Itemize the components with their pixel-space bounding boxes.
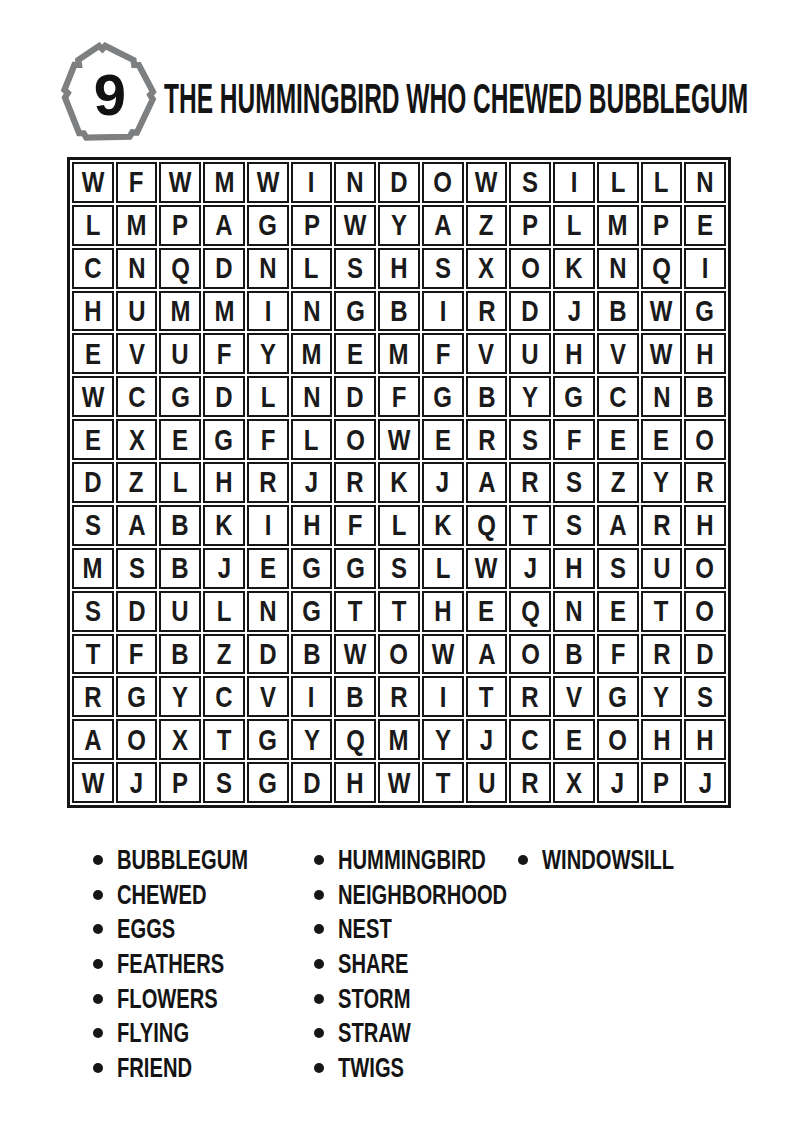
grid-cell-r9c8[interactable]: L [378,505,420,546]
grid-cell-r3c1[interactable]: C [72,248,114,289]
bullet-icon [93,994,103,1004]
grid-letter: M [608,210,628,240]
grid-cell-r2c2[interactable]: M [116,205,158,246]
grid-cell-r15c14[interactable]: P [641,762,683,803]
word-label: NEST [338,915,392,943]
grid-letter: Q [652,253,671,283]
grid-cell-r11c10[interactable]: E [466,591,508,632]
grid-cell-r13c13[interactable]: G [597,676,639,717]
grid-letter: P [304,210,320,240]
grid-letter: R [347,467,364,497]
grid-cell-r8c13[interactable]: Z [597,462,639,503]
grid-cell-r12c2[interactable]: F [116,634,158,675]
grid-cell-r12c12[interactable]: B [553,634,595,675]
grid-letter: I [571,167,578,197]
grid-cell-r1c5[interactable]: W [247,162,289,203]
grid-cell-r15c9[interactable]: T [422,762,464,803]
grid-letter: M [389,725,409,755]
grid-letter: E [610,425,626,455]
grid-cell-r14c1[interactable]: A [72,719,114,760]
grid-cell-r9c7[interactable]: F [334,505,376,546]
grid-cell-r4c1[interactable]: H [72,291,114,332]
grid-cell-r14c12[interactable]: E [553,719,595,760]
grid-cell-r14c6[interactable]: Y [291,719,333,760]
grid-cell-r6c11[interactable]: Y [509,376,551,417]
grid-letter: M [214,296,234,326]
grid-cell-r9c10[interactable]: Q [466,505,508,546]
grid-cell-r3c6[interactable]: L [291,248,333,289]
grid-letter: T [523,510,538,540]
grid-cell-r3c13[interactable]: N [597,248,639,289]
grid-cell-r2c8[interactable]: Y [378,205,420,246]
bullet-icon [93,855,103,865]
grid-cell-r4c15[interactable]: G [684,291,726,332]
grid-cell-r3c14[interactable]: Q [641,248,683,289]
grid-cell-r5c9[interactable]: F [422,333,464,374]
grid-letter: E [85,425,101,455]
grid-cell-r8c14[interactable]: Y [641,462,683,503]
grid-cell-r2c5[interactable]: G [247,205,289,246]
grid-cell-r7c2[interactable]: X [116,419,158,460]
grid-cell-r5c7[interactable]: E [334,333,376,374]
grid-letter: S [85,510,101,540]
grid-cell-r9c6[interactable]: H [291,505,333,546]
grid-cell-r14c2[interactable]: O [116,719,158,760]
grid-letter: J [436,467,449,497]
grid-cell-r7c3[interactable]: E [159,419,201,460]
grid-letter: S [522,167,538,197]
grid-cell-r14c10[interactable]: J [466,719,508,760]
grid-cell-r14c7[interactable]: Q [334,719,376,760]
grid-cell-r9c15[interactable]: H [684,505,726,546]
grid-cell-r10c7[interactable]: G [334,548,376,589]
word-item-flowers: FLOWERS [93,981,314,1016]
grid-cell-r4c12[interactable]: J [553,291,595,332]
grid-cell-r12c10[interactable]: A [466,634,508,675]
grid-cell-r13c15[interactable]: S [684,676,726,717]
grid-cell-r12c5[interactable]: D [247,634,289,675]
grid-letter: U [653,553,670,583]
grid-letter: S [129,553,145,583]
grid-cell-r14c11[interactable]: C [509,719,551,760]
grid-cell-r4c10[interactable]: R [466,291,508,332]
grid-cell-r6c6[interactable]: N [291,376,333,417]
grid-cell-r1c13[interactable]: L [597,162,639,203]
word-item-hummingbird: HUMMINGBIRD [314,843,518,878]
grid-cell-r12c1[interactable]: T [72,634,114,675]
grid-cell-r15c8[interactable]: W [378,762,420,803]
grid-cell-r9c13[interactable]: A [597,505,639,546]
grid-cell-r7c8[interactable]: W [378,419,420,460]
grid-cell-r13c10[interactable]: T [466,676,508,717]
grid-letter: O [608,725,627,755]
grid-cell-r11c3[interactable]: U [159,591,201,632]
grid-cell-r8c5[interactable]: R [247,462,289,503]
grid-cell-r6c12[interactable]: G [553,376,595,417]
grid-cell-r1c12[interactable]: I [553,162,595,203]
grid-cell-r5c8[interactable]: M [378,333,420,374]
grid-cell-r3c12[interactable]: K [553,248,595,289]
grid-cell-r5c5[interactable]: Y [247,333,289,374]
grid-letter: Y [653,467,669,497]
grid-cell-r9c14[interactable]: R [641,505,683,546]
grid-cell-r6c1[interactable]: W [72,376,114,417]
grid-cell-r4c5[interactable]: I [247,291,289,332]
grid-cell-r7c13[interactable]: E [597,419,639,460]
grid-cell-r11c15[interactable]: O [684,591,726,632]
grid-cell-r11c14[interactable]: T [641,591,683,632]
grid-cell-r12c13[interactable]: F [597,634,639,675]
grid-cell-r15c10[interactable]: U [466,762,508,803]
grid-cell-r8c4[interactable]: H [203,462,245,503]
page-title: THE HUMMINGBIRD WHO CHEWED BUBBLEGUM [164,74,748,123]
grid-cell-r8c15[interactable]: R [684,462,726,503]
grid-cell-r10c3[interactable]: B [159,548,201,589]
grid-cell-r12c3[interactable]: B [159,634,201,675]
grid-letter: W [650,296,673,326]
grid-cell-r2c13[interactable]: M [597,205,639,246]
grid-letter: W [475,553,498,583]
grid-cell-r3c15[interactable]: I [684,248,726,289]
grid-cell-r11c12[interactable]: N [553,591,595,632]
grid-letter: G [346,296,365,326]
grid-letter: T [479,682,494,712]
grid-cell-r13c1[interactable]: R [72,676,114,717]
grid-cell-r1c3[interactable]: W [159,162,201,203]
grid-cell-r1c14[interactable]: L [641,162,683,203]
grid-cell-r10c2[interactable]: S [116,548,158,589]
grid-cell-r6c8[interactable]: F [378,376,420,417]
grid-cell-r5c4[interactable]: F [203,333,245,374]
grid-cell-r14c5[interactable]: G [247,719,289,760]
grid-letter: T [86,639,101,669]
grid-cell-r10c10[interactable]: W [466,548,508,589]
grid-cell-r12c15[interactable]: D [684,634,726,675]
grid-letter: I [439,296,446,326]
grid-cell-r4c2[interactable]: U [116,291,158,332]
grid-cell-r2c6[interactable]: P [291,205,333,246]
grid-cell-r5c1[interactable]: E [72,333,114,374]
grid-letter: L [392,510,407,540]
word-list-column-3: WINDOWSILL [518,843,726,878]
grid-cell-r14c4[interactable]: T [203,719,245,760]
grid-cell-r1c10[interactable]: W [466,162,508,203]
grid-cell-r10c1[interactable]: M [72,548,114,589]
grid-cell-r4c4[interactable]: M [203,291,245,332]
grid-letter: W [344,639,367,669]
grid-letter: N [653,382,670,412]
grid-cell-r14c15[interactable]: H [684,719,726,760]
grid-cell-r11c7[interactable]: T [334,591,376,632]
grid-cell-r9c1[interactable]: S [72,505,114,546]
word-item-storm: STORM [314,981,518,1016]
bullet-icon [518,855,528,865]
grid-cell-r13c8[interactable]: R [378,676,420,717]
grid-cell-r15c6[interactable]: D [291,762,333,803]
grid-cell-r10c11[interactable]: J [509,548,551,589]
grid-cell-r11c4[interactable]: L [203,591,245,632]
grid-cell-r15c13[interactable]: J [597,762,639,803]
grid-cell-r9c9[interactable]: K [422,505,464,546]
grid-cell-r7c9[interactable]: E [422,419,464,460]
grid-letter: N [609,253,626,283]
grid-cell-r4c13[interactable]: B [597,291,639,332]
grid-letter: F [129,167,144,197]
grid-letter: D [128,596,145,626]
word-list-column-2: HUMMINGBIRDNEIGHBORHOODNESTSHARESTORMSTR… [314,843,518,1085]
grid-cell-r3c3[interactable]: Q [159,248,201,289]
grid-cell-r12c11[interactable]: O [509,634,551,675]
grid-cell-r15c1[interactable]: W [72,762,114,803]
grid-cell-r5c13[interactable]: V [597,333,639,374]
grid-letter: B [303,639,320,669]
grid-cell-r8c7[interactable]: R [334,462,376,503]
grid-cell-r6c2[interactable]: C [116,376,158,417]
grid-cell-r6c13[interactable]: C [597,376,639,417]
grid-letter: U [128,296,145,326]
grid-letter: G [258,725,277,755]
grid-cell-r1c7[interactable]: N [334,162,376,203]
grid-cell-r9c11[interactable]: T [509,505,551,546]
grid-cell-r4c7[interactable]: G [334,291,376,332]
grid-cell-r5c10[interactable]: V [466,333,508,374]
grid-cell-r6c3[interactable]: G [159,376,201,417]
grid-cell-r8c9[interactable]: J [422,462,464,503]
grid-cell-r13c5[interactable]: V [247,676,289,717]
grid-cell-r12c9[interactable]: W [422,634,464,675]
grid-cell-r12c7[interactable]: W [334,634,376,675]
grid-cell-r1c11[interactable]: S [509,162,551,203]
grid-cell-r8c11[interactable]: R [509,462,551,503]
grid-letter: L [173,467,188,497]
grid-cell-r14c14[interactable]: H [641,719,683,760]
grid-cell-r12c6[interactable]: B [291,634,333,675]
grid-cell-r1c1[interactable]: W [72,162,114,203]
grid-cell-r11c5[interactable]: N [247,591,289,632]
grid-letter: W [388,425,411,455]
grid-cell-r13c3[interactable]: Y [159,676,201,717]
grid-letter: K [434,510,451,540]
grid-letter: K [215,510,232,540]
word-item-bubblegum: BUBBLEGUM [93,843,314,878]
grid-cell-r7c14[interactable]: E [641,419,683,460]
grid-cell-r1c2[interactable]: F [116,162,158,203]
grid-cell-r7c10[interactable]: R [466,419,508,460]
grid-cell-r11c1[interactable]: S [72,591,114,632]
grid-cell-r13c4[interactable]: C [203,676,245,717]
grid-cell-r10c15[interactable]: O [684,548,726,589]
grid-letter: G [171,382,190,412]
grid-cell-r7c1[interactable]: E [72,419,114,460]
grid-cell-r3c10[interactable]: X [466,248,508,289]
grid-cell-r11c9[interactable]: H [422,591,464,632]
grid-cell-r4c6[interactable]: N [291,291,333,332]
grid-letter: W [388,768,411,798]
grid-cell-r4c8[interactable]: B [378,291,420,332]
grid-cell-r15c12[interactable]: X [553,762,595,803]
grid-cell-r13c9[interactable]: I [422,676,464,717]
grid-cell-r7c11[interactable]: S [509,419,551,460]
grid-cell-r2c9[interactable]: A [422,205,464,246]
grid-cell-r9c2[interactable]: A [116,505,158,546]
grid-cell-r8c10[interactable]: A [466,462,508,503]
grid-cell-r4c14[interactable]: W [641,291,683,332]
grid-cell-r10c8[interactable]: S [378,548,420,589]
grid-cell-r9c3[interactable]: B [159,505,201,546]
grid-cell-r1c4[interactable]: M [203,162,245,203]
grid-cell-r6c5[interactable]: L [247,376,289,417]
grid-cell-r13c7[interactable]: B [334,676,376,717]
grid-letter: H [390,253,407,283]
grid-cell-r13c11[interactable]: R [509,676,551,717]
grid-cell-r8c6[interactable]: J [291,462,333,503]
grid-letter: O [696,596,715,626]
grid-letter: A [434,210,451,240]
grid-letter: L [304,253,319,283]
grid-cell-r6c10[interactable]: B [466,376,508,417]
grid-cell-r4c9[interactable]: I [422,291,464,332]
grid-cell-r3c9[interactable]: S [422,248,464,289]
grid-letter: A [478,467,495,497]
grid-cell-r7c12[interactable]: F [553,419,595,460]
grid-cell-r13c14[interactable]: Y [641,676,683,717]
grid-cell-r5c6[interactable]: M [291,333,333,374]
grid-cell-r10c13[interactable]: S [597,548,639,589]
grid-letter: W [82,768,105,798]
grid-cell-r10c5[interactable]: E [247,548,289,589]
grid-letter: D [347,382,364,412]
grid-cell-r2c4[interactable]: A [203,205,245,246]
grid-letter: E [653,425,669,455]
grid-cell-r10c9[interactable]: L [422,548,464,589]
grid-cell-r7c15[interactable]: O [684,419,726,460]
grid-cell-r6c7[interactable]: D [334,376,376,417]
grid-cell-r12c14[interactable]: R [641,634,683,675]
grid-cell-r2c10[interactable]: Z [466,205,508,246]
grid-cell-r8c3[interactable]: L [159,462,201,503]
grid-cell-r9c5[interactable]: I [247,505,289,546]
grid-cell-r3c8[interactable]: H [378,248,420,289]
grid-cell-r3c2[interactable]: N [116,248,158,289]
grid-cell-r9c12[interactable]: S [553,505,595,546]
grid-cell-r9c4[interactable]: K [203,505,245,546]
grid-cell-r3c5[interactable]: N [247,248,289,289]
grid-cell-r14c3[interactable]: X [159,719,201,760]
grid-cell-r15c5[interactable]: G [247,762,289,803]
grid-cell-r6c9[interactable]: G [422,376,464,417]
grid-letter: S [391,553,407,583]
grid-cell-r5c14[interactable]: W [641,333,683,374]
grid-cell-r15c15[interactable]: J [684,762,726,803]
grid-letter: Y [522,382,538,412]
grid-cell-r12c8[interactable]: O [378,634,420,675]
grid-cell-r14c13[interactable]: O [597,719,639,760]
grid-cell-r13c12[interactable]: V [553,676,595,717]
grid-cell-r4c3[interactable]: M [159,291,201,332]
grid-cell-r10c12[interactable]: H [553,548,595,589]
grid-cell-r13c6[interactable]: I [291,676,333,717]
grid-cell-r5c11[interactable]: U [509,333,551,374]
grid-cell-r6c4[interactable]: D [203,376,245,417]
grid-cell-r1c8[interactable]: D [378,162,420,203]
grid-cell-r8c2[interactable]: Z [116,462,158,503]
grid-letter: C [609,382,626,412]
word-label: BUBBLEGUM [117,846,248,874]
grid-cell-r7c6[interactable]: L [291,419,333,460]
grid-letter: G [258,210,277,240]
grid-cell-r1c9[interactable]: O [422,162,464,203]
grid-cell-r15c4[interactable]: S [203,762,245,803]
grid-cell-r15c3[interactable]: P [159,762,201,803]
grid-letter: Q [171,253,190,283]
grid-cell-r2c12[interactable]: L [553,205,595,246]
grid-cell-r2c1[interactable]: L [72,205,114,246]
grid-cell-r5c12[interactable]: H [553,333,595,374]
grid-letter: W [82,167,105,197]
grid-letter: R [653,510,670,540]
grid-cell-r11c6[interactable]: G [291,591,333,632]
grid-cell-r3c11[interactable]: O [509,248,551,289]
grid-cell-r11c13[interactable]: E [597,591,639,632]
grid-cell-r13c2[interactable]: G [116,676,158,717]
grid-cell-r7c7[interactable]: O [334,419,376,460]
grid-cell-r14c9[interactable]: Y [422,719,464,760]
grid-cell-r8c8[interactable]: K [378,462,420,503]
grid-cell-r15c11[interactable]: R [509,762,551,803]
grid-cell-r7c5[interactable]: F [247,419,289,460]
word-item-flying: FLYING [93,1016,314,1051]
grid-cell-r3c4[interactable]: D [203,248,245,289]
grid-cell-r11c8[interactable]: T [378,591,420,632]
grid-letter: H [215,467,232,497]
grid-letter: G [696,296,715,326]
grid-cell-r8c12[interactable]: S [553,462,595,503]
grid-letter: B [172,553,189,583]
grid-letter: R [522,768,539,798]
grid-cell-r12c4[interactable]: Z [203,634,245,675]
grid-cell-r1c6[interactable]: I [291,162,333,203]
grid-cell-r2c11[interactable]: P [509,205,551,246]
grid-cell-r7c4[interactable]: G [203,419,245,460]
grid-letter: P [653,768,669,798]
grid-cell-r6c15[interactable]: B [684,376,726,417]
grid-cell-r14c8[interactable]: M [378,719,420,760]
grid-cell-r2c3[interactable]: P [159,205,201,246]
grid-cell-r5c3[interactable]: U [159,333,201,374]
grid-cell-r15c2[interactable]: J [116,762,158,803]
grid-cell-r10c6[interactable]: G [291,548,333,589]
grid-letter: G [346,553,365,583]
grid-cell-r3c7[interactable]: S [334,248,376,289]
grid-letter: W [431,639,454,669]
bullet-icon [314,959,324,969]
grid-cell-r11c11[interactable]: Q [509,591,551,632]
grid-letter: A [128,510,145,540]
grid-cell-r11c2[interactable]: D [116,591,158,632]
grid-cell-r2c7[interactable]: W [334,205,376,246]
grid-cell-r2c14[interactable]: P [641,205,683,246]
grid-cell-r4c11[interactable]: D [509,291,551,332]
grid-cell-r8c1[interactable]: D [72,462,114,503]
grid-cell-r5c15[interactable]: H [684,333,726,374]
grid-cell-r15c7[interactable]: H [334,762,376,803]
grid-cell-r1c15[interactable]: N [684,162,726,203]
grid-cell-r2c15[interactable]: E [684,205,726,246]
grid-cell-r5c2[interactable]: V [116,333,158,374]
grid-cell-r10c4[interactable]: J [203,548,245,589]
grid-cell-r6c14[interactable]: N [641,376,683,417]
grid-cell-r10c14[interactable]: U [641,548,683,589]
